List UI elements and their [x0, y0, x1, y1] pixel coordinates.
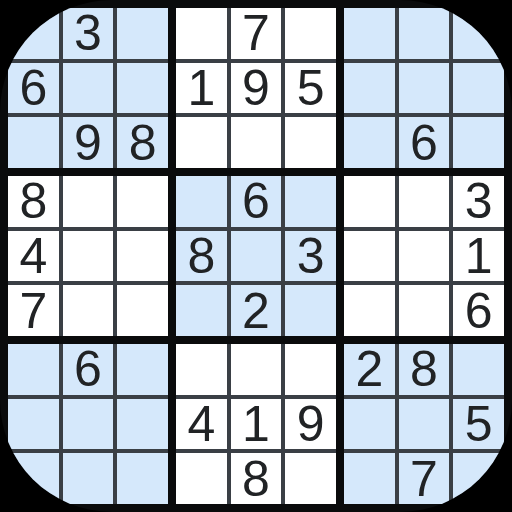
cell-r6c1[interactable]: 7 — [8, 285, 59, 336]
cell-r1c5[interactable]: 7 — [231, 8, 282, 59]
cell-r1c3[interactable] — [117, 8, 168, 59]
app-icon-background: 3698719568476832316641982857 — [0, 0, 512, 512]
cell-r7c6[interactable] — [285, 344, 336, 395]
cell-r8c5[interactable]: 1 — [231, 399, 282, 450]
cell-r9c7[interactable] — [344, 453, 395, 504]
cell-r1c8[interactable] — [399, 8, 450, 59]
cell-r7c1[interactable] — [8, 344, 59, 395]
cell-r7c2[interactable]: 6 — [63, 344, 114, 395]
cell-r2c7[interactable] — [344, 63, 395, 114]
cell-r9c1[interactable] — [8, 453, 59, 504]
cell-r1c6[interactable] — [285, 8, 336, 59]
cell-r3c2[interactable]: 9 — [63, 117, 114, 168]
cell-r4c2[interactable] — [63, 176, 114, 227]
cell-r4c8[interactable] — [399, 176, 450, 227]
cell-r6c8[interactable] — [399, 285, 450, 336]
cell-r9c8[interactable]: 7 — [399, 453, 450, 504]
cell-r3c3[interactable]: 8 — [117, 117, 168, 168]
cell-r3c4[interactable] — [176, 117, 227, 168]
cell-r7c5[interactable] — [231, 344, 282, 395]
cell-r5c4[interactable]: 8 — [176, 231, 227, 282]
cell-r7c9[interactable] — [453, 344, 504, 395]
cell-r3c9[interactable] — [453, 117, 504, 168]
cell-r4c5[interactable]: 6 — [231, 176, 282, 227]
block-r3c3: 2857 — [344, 344, 504, 504]
block-r2c3: 316 — [344, 176, 504, 336]
cell-r9c2[interactable] — [63, 453, 114, 504]
block-r1c2: 7195 — [176, 8, 336, 168]
cell-r4c1[interactable]: 8 — [8, 176, 59, 227]
cell-r8c9[interactable]: 5 — [453, 399, 504, 450]
cell-r2c4[interactable]: 1 — [176, 63, 227, 114]
block-r3c2: 4198 — [176, 344, 336, 504]
cell-r5c5[interactable] — [231, 231, 282, 282]
cell-r6c2[interactable] — [63, 285, 114, 336]
sudoku-board: 3698719568476832316641982857 — [0, 0, 512, 512]
cell-r7c3[interactable] — [117, 344, 168, 395]
block-r2c2: 6832 — [176, 176, 336, 336]
cell-r8c6[interactable]: 9 — [285, 399, 336, 450]
cell-r8c7[interactable] — [344, 399, 395, 450]
cell-r1c4[interactable] — [176, 8, 227, 59]
cell-r2c8[interactable] — [399, 63, 450, 114]
cell-r5c2[interactable] — [63, 231, 114, 282]
cell-r2c9[interactable] — [453, 63, 504, 114]
cell-r6c5[interactable]: 2 — [231, 285, 282, 336]
block-r3c1: 6 — [8, 344, 168, 504]
cell-r2c1[interactable]: 6 — [8, 63, 59, 114]
cell-r4c7[interactable] — [344, 176, 395, 227]
cell-r3c8[interactable]: 6 — [399, 117, 450, 168]
cell-r5c8[interactable] — [399, 231, 450, 282]
cell-r3c1[interactable] — [8, 117, 59, 168]
cell-r4c6[interactable] — [285, 176, 336, 227]
cell-r2c2[interactable] — [63, 63, 114, 114]
cell-r6c9[interactable]: 6 — [453, 285, 504, 336]
cell-r5c1[interactable]: 4 — [8, 231, 59, 282]
cell-r2c3[interactable] — [117, 63, 168, 114]
cell-r6c6[interactable] — [285, 285, 336, 336]
cell-r6c4[interactable] — [176, 285, 227, 336]
cell-r5c9[interactable]: 1 — [453, 231, 504, 282]
cell-r1c7[interactable] — [344, 8, 395, 59]
cell-r5c7[interactable] — [344, 231, 395, 282]
cell-r7c8[interactable]: 8 — [399, 344, 450, 395]
cell-r8c1[interactable] — [8, 399, 59, 450]
cell-r1c9[interactable] — [453, 8, 504, 59]
cell-r2c5[interactable]: 9 — [231, 63, 282, 114]
cell-r3c6[interactable] — [285, 117, 336, 168]
cell-r5c3[interactable] — [117, 231, 168, 282]
cell-r9c6[interactable] — [285, 453, 336, 504]
cell-r8c8[interactable] — [399, 399, 450, 450]
cell-r9c9[interactable] — [453, 453, 504, 504]
cell-r7c4[interactable] — [176, 344, 227, 395]
cell-r9c5[interactable]: 8 — [231, 453, 282, 504]
cell-r6c3[interactable] — [117, 285, 168, 336]
cell-r8c2[interactable] — [63, 399, 114, 450]
cell-r4c3[interactable] — [117, 176, 168, 227]
cell-r4c9[interactable]: 3 — [453, 176, 504, 227]
cell-r2c6[interactable]: 5 — [285, 63, 336, 114]
cell-r9c4[interactable] — [176, 453, 227, 504]
cell-r8c3[interactable] — [117, 399, 168, 450]
block-r1c1: 3698 — [8, 8, 168, 168]
cell-r9c3[interactable] — [117, 453, 168, 504]
cell-r3c7[interactable] — [344, 117, 395, 168]
cell-r7c7[interactable]: 2 — [344, 344, 395, 395]
block-r2c1: 847 — [8, 176, 168, 336]
cell-r1c2[interactable]: 3 — [63, 8, 114, 59]
cell-r8c4[interactable]: 4 — [176, 399, 227, 450]
cell-r4c4[interactable] — [176, 176, 227, 227]
cell-r6c7[interactable] — [344, 285, 395, 336]
cell-r3c5[interactable] — [231, 117, 282, 168]
cell-r5c6[interactable]: 3 — [285, 231, 336, 282]
block-r1c3: 6 — [344, 8, 504, 168]
cell-r1c1[interactable] — [8, 8, 59, 59]
